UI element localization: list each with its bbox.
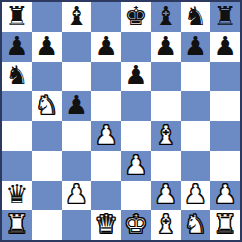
square-f7[interactable]: ♟ <box>151 32 181 62</box>
square-c1[interactable] <box>62 210 92 240</box>
piece-black-rook[interactable]: ♜ <box>5 3 28 29</box>
square-g7[interactable]: ♟ <box>181 32 211 62</box>
piece-white-pawn[interactable]: ♟ <box>184 181 207 207</box>
piece-white-pawn[interactable]: ♟ <box>124 152 147 178</box>
piece-black-pawn[interactable]: ♟ <box>35 33 58 59</box>
square-c3[interactable] <box>62 151 92 181</box>
square-c2[interactable]: ♟ <box>62 181 92 211</box>
square-b3[interactable] <box>32 151 62 181</box>
square-h7[interactable]: ♟ <box>210 32 240 62</box>
piece-black-pawn[interactable]: ♟ <box>184 33 207 59</box>
square-h1[interactable]: ♜ <box>210 210 240 240</box>
square-f8[interactable]: ♝ <box>151 2 181 32</box>
piece-white-bishop[interactable]: ♝ <box>154 122 177 148</box>
square-g6[interactable] <box>181 62 211 92</box>
piece-white-queen[interactable]: ♛ <box>94 211 117 237</box>
square-d2[interactable] <box>91 181 121 211</box>
square-e6[interactable]: ♟ <box>121 62 151 92</box>
piece-black-pawn[interactable]: ♟ <box>94 33 117 59</box>
square-a7[interactable]: ♟ <box>2 32 32 62</box>
piece-black-rook[interactable]: ♜ <box>213 3 236 29</box>
square-a4[interactable] <box>2 121 32 151</box>
square-g1[interactable]: ♞ <box>181 210 211 240</box>
piece-black-king[interactable]: ♚ <box>124 3 147 29</box>
square-c4[interactable] <box>62 121 92 151</box>
piece-white-rook[interactable]: ♜ <box>5 211 28 237</box>
piece-black-pawn[interactable]: ♟ <box>154 33 177 59</box>
square-b7[interactable]: ♟ <box>32 32 62 62</box>
square-d8[interactable] <box>91 2 121 32</box>
piece-black-knight[interactable]: ♞ <box>5 62 28 88</box>
square-c5[interactable]: ♟ <box>62 91 92 121</box>
piece-white-knight[interactable]: ♞ <box>35 92 58 118</box>
square-e1[interactable]: ♚ <box>121 210 151 240</box>
chess-board: ♜♝♚♝♞♜♟♟♟♟♟♟♞♟♞♟♟♝♟♛♟♟♟♟♜♛♚♝♞♜ <box>0 0 242 242</box>
square-d3[interactable] <box>91 151 121 181</box>
square-h8[interactable]: ♜ <box>210 2 240 32</box>
piece-black-pawn[interactable]: ♟ <box>124 62 147 88</box>
square-g4[interactable] <box>181 121 211 151</box>
piece-white-pawn[interactable]: ♟ <box>94 122 117 148</box>
square-e2[interactable] <box>121 181 151 211</box>
square-f1[interactable]: ♝ <box>151 210 181 240</box>
square-f6[interactable] <box>151 62 181 92</box>
piece-black-pawn[interactable]: ♟ <box>65 92 88 118</box>
square-f3[interactable] <box>151 151 181 181</box>
square-d5[interactable] <box>91 91 121 121</box>
piece-white-pawn[interactable]: ♟ <box>65 181 88 207</box>
square-e5[interactable] <box>121 91 151 121</box>
piece-black-bishop[interactable]: ♝ <box>65 3 88 29</box>
piece-white-rook[interactable]: ♜ <box>213 211 236 237</box>
square-e8[interactable]: ♚ <box>121 2 151 32</box>
square-b4[interactable] <box>32 121 62 151</box>
square-d6[interactable] <box>91 62 121 92</box>
square-h4[interactable] <box>210 121 240 151</box>
square-d4[interactable]: ♟ <box>91 121 121 151</box>
piece-white-pawn[interactable]: ♟ <box>213 181 236 207</box>
square-a6[interactable]: ♞ <box>2 62 32 92</box>
piece-black-pawn[interactable]: ♟ <box>213 33 236 59</box>
square-g3[interactable] <box>181 151 211 181</box>
piece-white-knight[interactable]: ♞ <box>184 211 207 237</box>
square-c7[interactable] <box>62 32 92 62</box>
square-a3[interactable] <box>2 151 32 181</box>
piece-black-knight[interactable]: ♞ <box>184 3 207 29</box>
square-a8[interactable]: ♜ <box>2 2 32 32</box>
square-b2[interactable] <box>32 181 62 211</box>
piece-white-king[interactable]: ♚ <box>124 211 147 237</box>
square-g8[interactable]: ♞ <box>181 2 211 32</box>
square-h5[interactable] <box>210 91 240 121</box>
square-d7[interactable]: ♟ <box>91 32 121 62</box>
square-h3[interactable] <box>210 151 240 181</box>
square-f2[interactable]: ♟ <box>151 181 181 211</box>
square-e3[interactable]: ♟ <box>121 151 151 181</box>
square-c6[interactable] <box>62 62 92 92</box>
square-f5[interactable] <box>151 91 181 121</box>
square-a5[interactable] <box>2 91 32 121</box>
square-g5[interactable] <box>181 91 211 121</box>
square-d1[interactable]: ♛ <box>91 210 121 240</box>
square-h2[interactable]: ♟ <box>210 181 240 211</box>
square-a2[interactable]: ♛ <box>2 181 32 211</box>
piece-white-bishop[interactable]: ♝ <box>154 211 177 237</box>
piece-white-pawn[interactable]: ♟ <box>154 181 177 207</box>
square-h6[interactable] <box>210 62 240 92</box>
square-b1[interactable] <box>32 210 62 240</box>
square-e4[interactable] <box>121 121 151 151</box>
square-b8[interactable] <box>32 2 62 32</box>
square-b5[interactable]: ♞ <box>32 91 62 121</box>
square-c8[interactable]: ♝ <box>62 2 92 32</box>
piece-black-bishop[interactable]: ♝ <box>154 3 177 29</box>
square-e7[interactable] <box>121 32 151 62</box>
square-b6[interactable] <box>32 62 62 92</box>
square-f4[interactable]: ♝ <box>151 121 181 151</box>
square-a1[interactable]: ♜ <box>2 210 32 240</box>
square-g2[interactable]: ♟ <box>181 181 211 211</box>
piece-black-pawn[interactable]: ♟ <box>5 33 28 59</box>
piece-black-queen[interactable]: ♛ <box>5 181 28 207</box>
